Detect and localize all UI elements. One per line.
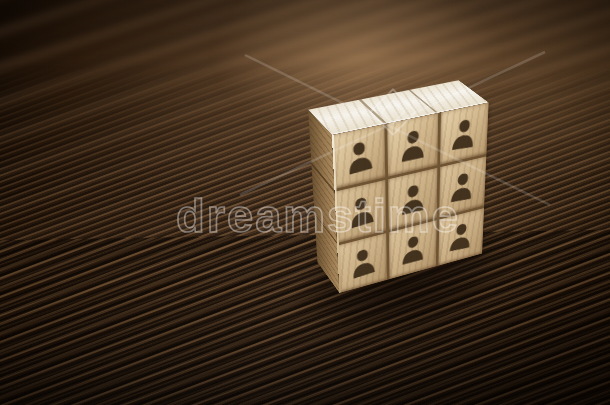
photo-canvas: dreamstime (0, 0, 610, 405)
watermark-text: dreamstime (176, 192, 460, 239)
